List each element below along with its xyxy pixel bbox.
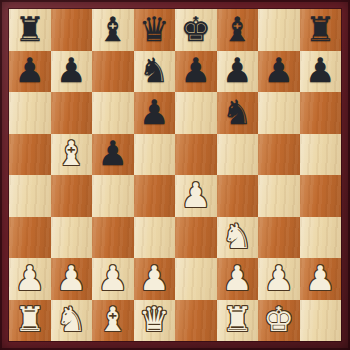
square-e3[interactable] [175,217,217,259]
white-pawn[interactable]: ♟ [264,261,294,295]
black-pawn[interactable]: ♟ [98,136,128,170]
white-rook[interactable]: ♜ [222,302,252,336]
white-rook[interactable]: ♜ [15,302,45,336]
square-g5[interactable] [258,134,300,176]
white-pawn[interactable]: ♟ [15,261,45,295]
square-f8[interactable]: ♝ [217,9,259,51]
black-queen[interactable]: ♛ [139,12,169,46]
square-c8[interactable]: ♝ [92,9,134,51]
square-e6[interactable] [175,92,217,134]
square-g7[interactable]: ♟ [258,51,300,93]
square-h4[interactable] [300,175,342,217]
white-pawn[interactable]: ♟ [305,261,335,295]
square-b6[interactable] [51,92,93,134]
square-c7[interactable] [92,51,134,93]
square-b7[interactable]: ♟ [51,51,93,93]
square-b2[interactable]: ♟ [51,258,93,300]
square-f4[interactable] [217,175,259,217]
black-rook[interactable]: ♜ [15,12,45,46]
black-pawn[interactable]: ♟ [139,95,169,129]
square-c3[interactable] [92,217,134,259]
square-d7[interactable]: ♞ [134,51,176,93]
square-h7[interactable]: ♟ [300,51,342,93]
white-bishop[interactable]: ♝ [98,302,128,336]
square-g6[interactable] [258,92,300,134]
square-e7[interactable]: ♟ [175,51,217,93]
square-d5[interactable] [134,134,176,176]
square-h2[interactable]: ♟ [300,258,342,300]
board-frame: ♜♝♛♚♝♜♟♟♞♟♟♟♟♟♞♝♟♟♞♟♟♟♟♟♟♟♜♞♝♛♜♚ [0,0,350,350]
square-a1[interactable]: ♜ [9,300,51,342]
square-f7[interactable]: ♟ [217,51,259,93]
white-pawn[interactable]: ♟ [56,261,86,295]
square-d4[interactable] [134,175,176,217]
square-g2[interactable]: ♟ [258,258,300,300]
white-knight[interactable]: ♞ [222,219,252,253]
black-pawn[interactable]: ♟ [264,53,294,87]
square-c1[interactable]: ♝ [92,300,134,342]
square-e4[interactable]: ♟ [175,175,217,217]
square-a4[interactable] [9,175,51,217]
square-d8[interactable]: ♛ [134,9,176,51]
square-a2[interactable]: ♟ [9,258,51,300]
white-pawn[interactable]: ♟ [139,261,169,295]
square-a5[interactable] [9,134,51,176]
square-c2[interactable]: ♟ [92,258,134,300]
square-c4[interactable] [92,175,134,217]
white-king[interactable]: ♚ [264,302,294,336]
square-c5[interactable]: ♟ [92,134,134,176]
square-d1[interactable]: ♛ [134,300,176,342]
square-f1[interactable]: ♜ [217,300,259,342]
square-h6[interactable] [300,92,342,134]
square-f2[interactable]: ♟ [217,258,259,300]
square-g1[interactable]: ♚ [258,300,300,342]
white-pawn[interactable]: ♟ [98,261,128,295]
square-e2[interactable] [175,258,217,300]
square-a6[interactable] [9,92,51,134]
black-bishop[interactable]: ♝ [222,12,252,46]
square-c6[interactable] [92,92,134,134]
black-pawn[interactable]: ♟ [181,53,211,87]
square-b5[interactable]: ♝ [51,134,93,176]
square-b8[interactable] [51,9,93,51]
white-pawn[interactable]: ♟ [222,261,252,295]
square-e5[interactable] [175,134,217,176]
white-knight[interactable]: ♞ [56,302,86,336]
square-b1[interactable]: ♞ [51,300,93,342]
white-bishop[interactable]: ♝ [56,136,86,170]
square-e1[interactable] [175,300,217,342]
square-b4[interactable] [51,175,93,217]
square-h1[interactable] [300,300,342,342]
black-rook[interactable]: ♜ [305,12,335,46]
square-h8[interactable]: ♜ [300,9,342,51]
square-h3[interactable] [300,217,342,259]
black-pawn[interactable]: ♟ [15,53,45,87]
square-b3[interactable] [51,217,93,259]
square-a8[interactable]: ♜ [9,9,51,51]
square-g4[interactable] [258,175,300,217]
white-queen[interactable]: ♛ [139,302,169,336]
black-knight[interactable]: ♞ [139,53,169,87]
square-g8[interactable] [258,9,300,51]
square-h5[interactable] [300,134,342,176]
black-pawn[interactable]: ♟ [56,53,86,87]
white-pawn[interactable]: ♟ [181,178,211,212]
black-knight[interactable]: ♞ [222,95,252,129]
square-e8[interactable]: ♚ [175,9,217,51]
square-f3[interactable]: ♞ [217,217,259,259]
square-g3[interactable] [258,217,300,259]
chess-board: ♜♝♛♚♝♜♟♟♞♟♟♟♟♟♞♝♟♟♞♟♟♟♟♟♟♟♜♞♝♛♜♚ [9,9,341,341]
black-king[interactable]: ♚ [181,12,211,46]
black-pawn[interactable]: ♟ [222,53,252,87]
square-f6[interactable]: ♞ [217,92,259,134]
square-d3[interactable] [134,217,176,259]
square-d2[interactable]: ♟ [134,258,176,300]
square-d6[interactable]: ♟ [134,92,176,134]
black-bishop[interactable]: ♝ [98,12,128,46]
square-a7[interactable]: ♟ [9,51,51,93]
square-f5[interactable] [217,134,259,176]
square-a3[interactable] [9,217,51,259]
black-pawn[interactable]: ♟ [305,53,335,87]
